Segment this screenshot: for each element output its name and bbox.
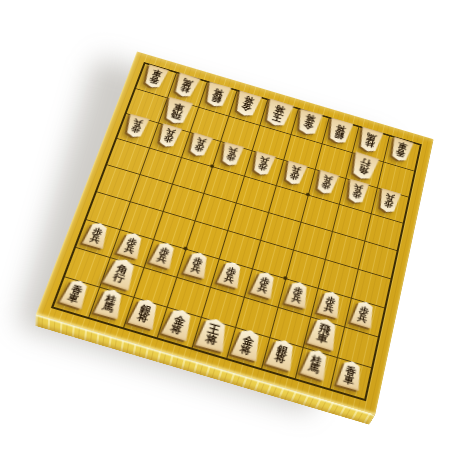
piece-kanji: 香車 [394, 141, 407, 159]
cell-4f[interactable] [252, 240, 293, 278]
piece-kanji: 歩兵 [324, 293, 338, 313]
photo-canvas: 香車桂馬銀将金将玉将金将銀将桂馬香車飛車角行歩兵歩兵歩兵歩兵歩兵歩兵歩兵歩兵歩兵… [0, 0, 458, 458]
piece-fuhyo-gote[interactable]: 歩兵 [250, 151, 275, 177]
piece-keima-gote[interactable]: 桂馬 [172, 73, 201, 100]
piece-kanji: 歩兵 [257, 274, 272, 294]
cell-3i[interactable]: 銀将 [261, 337, 303, 378]
piece-kyosha-gote[interactable]: 香車 [141, 64, 169, 90]
cell-9g[interactable]: 歩兵 [76, 219, 120, 257]
piece-fuhyo-sente[interactable]: 歩兵 [317, 289, 343, 318]
piece-hisha-sente[interactable]: 飛車 [306, 316, 340, 352]
piece-kyosha-gote[interactable]: 香車 [388, 136, 413, 163]
piece-kanji: 銀将 [210, 86, 224, 105]
piece-fuhyo-sente[interactable]: 歩兵 [350, 299, 376, 329]
piece-kanji: 香車 [343, 363, 357, 385]
piece-kanji: 王将 [204, 321, 221, 346]
piece-kanji: 銀将 [273, 342, 289, 365]
piece-kanji: 歩兵 [225, 146, 238, 164]
cell-2g[interactable]: 歩兵 [311, 288, 351, 327]
piece-fuhyo-gote[interactable]: 歩兵 [345, 179, 369, 206]
cell-2i[interactable]: 桂馬 [295, 347, 337, 388]
piece-kanji: 桂馬 [364, 131, 377, 150]
cell-6h[interactable] [167, 277, 210, 317]
cell-9i[interactable]: 香車 [54, 277, 99, 317]
piece-fuhyo-gote[interactable]: 歩兵 [377, 188, 401, 215]
piece-kanji: 歩兵 [162, 128, 176, 146]
piece-kanji: 角行 [111, 262, 130, 285]
cell-4g[interactable]: 歩兵 [244, 268, 285, 307]
hoshi-dot [183, 246, 188, 251]
cell-6i[interactable]: 金将 [157, 307, 201, 348]
cell-5f[interactable] [219, 230, 260, 268]
piece-kanji: 歩兵 [383, 193, 396, 211]
cell-5h[interactable] [201, 287, 244, 327]
piece-fuhyo-gote[interactable]: 歩兵 [282, 160, 308, 187]
piece-kinsho-sente[interactable]: 金将 [231, 327, 264, 362]
piece-kinsho-sente[interactable]: 金将 [161, 306, 195, 341]
piece-kanji: 歩兵 [123, 235, 139, 255]
piece-keima-sente[interactable]: 桂馬 [300, 347, 331, 381]
piece-kanji: 金将 [240, 95, 255, 114]
piece-keima-gote[interactable]: 桂馬 [357, 127, 384, 155]
piece-kanji: 角行 [356, 156, 371, 177]
piece-kanji: 銀将 [136, 302, 153, 325]
cell-8i[interactable]: 桂馬 [88, 287, 133, 327]
piece-osho-sente[interactable]: 王将 [195, 315, 230, 352]
cell-1i[interactable]: 香車 [330, 357, 371, 399]
piece-kanji: 桂馬 [179, 77, 194, 95]
cell-2f[interactable] [318, 259, 358, 297]
cell-6f[interactable] [186, 220, 228, 258]
piece-kanji: 歩兵 [357, 303, 371, 323]
piece-kanji: 金将 [302, 113, 316, 132]
piece-kanji: 歩兵 [130, 118, 144, 136]
piece-kanji: 歩兵 [257, 155, 270, 173]
piece-fuhyo-gote[interactable]: 歩兵 [187, 133, 214, 160]
piece-fuhyo-sente[interactable]: 歩兵 [116, 230, 145, 259]
cell-7h[interactable] [133, 267, 177, 307]
cell-1g[interactable]: 歩兵 [344, 297, 384, 336]
cell-5g[interactable]: 歩兵 [210, 258, 252, 297]
piece-ginsho-gote[interactable]: 銀将 [326, 118, 354, 146]
piece-gyokusho-gote[interactable]: 玉将 [262, 98, 294, 129]
piece-kanji: 香車 [67, 282, 85, 304]
piece-fuhyo-gote[interactable]: 歩兵 [313, 170, 339, 197]
piece-fuhyo-sente[interactable]: 歩兵 [217, 259, 245, 288]
piece-kanji: 金将 [239, 332, 255, 356]
cell-7f[interactable] [153, 211, 195, 249]
piece-fuhyo-gote[interactable]: 歩兵 [155, 123, 182, 149]
piece-kanji: 歩兵 [319, 174, 333, 192]
piece-kanji: 飛車 [170, 101, 186, 121]
piece-kanji: 飛車 [315, 322, 331, 346]
piece-kinsho-gote[interactable]: 金将 [295, 109, 323, 137]
cell-3g[interactable]: 歩兵 [277, 278, 318, 317]
cell-8h[interactable]: 角行 [99, 257, 143, 296]
piece-kanji: 玉将 [270, 103, 286, 123]
cell-5i[interactable]: 王将 [192, 317, 235, 358]
cell-7i[interactable]: 銀将 [123, 297, 167, 338]
piece-kyosha-sente[interactable]: 香車 [59, 277, 91, 309]
piece-ginsho-sente[interactable]: 銀将 [265, 337, 297, 372]
piece-kanji: 歩兵 [190, 254, 204, 274]
piece-fuhyo-sente[interactable]: 歩兵 [83, 220, 112, 249]
piece-kakugyo-sente[interactable]: 角行 [102, 256, 139, 291]
cell-2h[interactable]: 飛車 [303, 317, 344, 357]
piece-kanji: 香車 [148, 68, 163, 86]
piece-kanji: 銀将 [333, 122, 347, 141]
cell-8f[interactable] [120, 201, 163, 239]
cell-6g[interactable]: 歩兵 [177, 248, 219, 287]
cell-1h[interactable] [337, 327, 378, 367]
piece-kanji: 歩兵 [223, 264, 238, 284]
piece-kanji: 歩兵 [290, 284, 303, 304]
cell-1f[interactable] [351, 269, 390, 308]
cell-9h[interactable] [65, 247, 110, 286]
cell-9f[interactable] [87, 191, 130, 228]
piece-kanji: 歩兵 [89, 225, 104, 245]
piece-ginsho-gote[interactable]: 銀将 [203, 82, 232, 110]
piece-kanji: 金将 [170, 312, 188, 335]
piece-kanji: 歩兵 [288, 165, 301, 183]
piece-fuhyo-gote[interactable]: 歩兵 [219, 142, 244, 168]
piece-kanji: 歩兵 [156, 244, 172, 264]
cell-8g[interactable]: 歩兵 [110, 229, 153, 267]
piece-fuhyo-sente[interactable]: 歩兵 [284, 279, 310, 308]
piece-fuhyo-sente[interactable]: 歩兵 [150, 240, 179, 269]
piece-kanji: 桂馬 [102, 292, 119, 314]
piece-kanji: 桂馬 [308, 353, 324, 376]
hoshi-dot [283, 275, 288, 280]
piece-kyosha-sente[interactable]: 香車 [336, 358, 364, 390]
piece-kanji: 歩兵 [193, 137, 207, 155]
cell-7g[interactable]: 歩兵 [143, 239, 186, 278]
piece-fuhyo-gote[interactable]: 歩兵 [123, 114, 150, 140]
piece-ginsho-sente[interactable]: 銀将 [128, 297, 162, 331]
cell-3f[interactable] [285, 249, 325, 287]
cell-4h[interactable] [235, 297, 277, 337]
piece-fuhyo-sente[interactable]: 歩兵 [250, 269, 278, 299]
piece-kinsho-gote[interactable]: 金将 [233, 90, 263, 118]
piece-kanji: 歩兵 [351, 183, 363, 201]
piece-fuhyo-sente[interactable]: 歩兵 [184, 250, 211, 279]
piece-keima-sente[interactable]: 桂馬 [94, 287, 126, 320]
cell-4i[interactable]: 金将 [226, 327, 269, 368]
cell-3h[interactable] [269, 307, 311, 347]
